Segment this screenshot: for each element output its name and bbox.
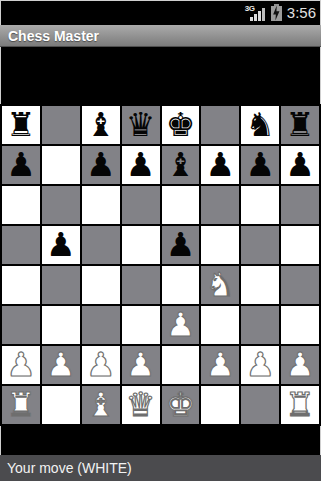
square-c1[interactable]: ♝ bbox=[82, 386, 120, 424]
piece-white-pawn: ♟ bbox=[166, 308, 196, 341]
square-d7[interactable]: ♟ bbox=[122, 146, 160, 184]
piece-white-pawn: ♟ bbox=[86, 348, 116, 381]
square-f8[interactable] bbox=[201, 106, 239, 144]
piece-white-queen: ♛ bbox=[126, 388, 156, 421]
square-d2[interactable]: ♟ bbox=[122, 346, 160, 384]
piece-white-rook: ♜ bbox=[6, 388, 36, 421]
square-e6[interactable] bbox=[162, 186, 200, 224]
piece-white-king: ♚ bbox=[166, 388, 196, 421]
piece-black-pawn: ♟ bbox=[46, 228, 76, 261]
piece-black-bishop: ♝ bbox=[166, 148, 196, 181]
square-b6[interactable] bbox=[42, 186, 80, 224]
square-c6[interactable] bbox=[82, 186, 120, 224]
square-e2[interactable] bbox=[162, 346, 200, 384]
signal-strength-icon: 3G bbox=[245, 4, 266, 22]
square-g2[interactable]: ♟ bbox=[241, 346, 279, 384]
clock: 3:56 bbox=[287, 4, 317, 21]
signal-bars-icon bbox=[250, 8, 265, 21]
square-h3[interactable] bbox=[281, 306, 319, 344]
square-a5[interactable] bbox=[2, 226, 40, 264]
square-h4[interactable] bbox=[281, 266, 319, 304]
square-f4[interactable]: ♞ bbox=[201, 266, 239, 304]
square-c5[interactable] bbox=[82, 226, 120, 264]
square-g4[interactable] bbox=[241, 266, 279, 304]
square-f3[interactable] bbox=[201, 306, 239, 344]
square-g1[interactable] bbox=[241, 386, 279, 424]
square-c8[interactable]: ♝ bbox=[82, 106, 120, 144]
square-g8[interactable]: ♞ bbox=[241, 106, 279, 144]
square-a6[interactable] bbox=[2, 186, 40, 224]
square-b8[interactable] bbox=[42, 106, 80, 144]
piece-black-king: ♚ bbox=[166, 108, 196, 141]
piece-white-rook: ♜ bbox=[285, 388, 315, 421]
square-d3[interactable] bbox=[122, 306, 160, 344]
square-a2[interactable]: ♟ bbox=[2, 346, 40, 384]
square-h6[interactable] bbox=[281, 186, 319, 224]
piece-white-pawn: ♟ bbox=[126, 348, 156, 381]
piece-black-pawn: ♟ bbox=[245, 148, 275, 181]
status-bar: 3G 3:56 bbox=[0, 0, 321, 25]
piece-black-pawn: ♟ bbox=[206, 148, 236, 181]
piece-black-pawn: ♟ bbox=[285, 148, 315, 181]
piece-black-queen: ♛ bbox=[126, 108, 156, 141]
square-h7[interactable]: ♟ bbox=[281, 146, 319, 184]
square-b2[interactable]: ♟ bbox=[42, 346, 80, 384]
app-title: Chess Master bbox=[8, 28, 99, 44]
piece-black-rook: ♜ bbox=[285, 108, 315, 141]
square-a1[interactable]: ♜ bbox=[2, 386, 40, 424]
square-h8[interactable]: ♜ bbox=[281, 106, 319, 144]
square-b1[interactable] bbox=[42, 386, 80, 424]
square-d5[interactable] bbox=[122, 226, 160, 264]
square-g6[interactable] bbox=[241, 186, 279, 224]
move-status-text: Your move (WHITE) bbox=[7, 460, 132, 476]
square-a4[interactable] bbox=[2, 266, 40, 304]
square-a8[interactable]: ♜ bbox=[2, 106, 40, 144]
square-e4[interactable] bbox=[162, 266, 200, 304]
square-a7[interactable]: ♟ bbox=[2, 146, 40, 184]
square-g5[interactable] bbox=[241, 226, 279, 264]
lightning-bolt-icon bbox=[272, 6, 281, 21]
screen: 3G 3:56 Chess Master ♜♝♛♚♞♜♟♟♟♝♟♟♟♟♟♞♟♟♟… bbox=[0, 0, 321, 481]
piece-black-pawn: ♟ bbox=[86, 148, 116, 181]
piece-black-pawn: ♟ bbox=[6, 148, 36, 181]
piece-white-pawn: ♟ bbox=[206, 348, 236, 381]
piece-black-pawn: ♟ bbox=[166, 228, 196, 261]
square-b3[interactable] bbox=[42, 306, 80, 344]
piece-black-knight: ♞ bbox=[245, 108, 275, 141]
piece-black-bishop: ♝ bbox=[86, 108, 116, 141]
square-h1[interactable]: ♜ bbox=[281, 386, 319, 424]
square-e8[interactable]: ♚ bbox=[162, 106, 200, 144]
message-bar: Your move (WHITE) bbox=[0, 455, 321, 481]
square-c4[interactable] bbox=[82, 266, 120, 304]
square-c2[interactable]: ♟ bbox=[82, 346, 120, 384]
piece-white-pawn: ♟ bbox=[245, 348, 275, 381]
square-f6[interactable] bbox=[201, 186, 239, 224]
square-b5[interactable]: ♟ bbox=[42, 226, 80, 264]
square-b4[interactable] bbox=[42, 266, 80, 304]
square-h2[interactable]: ♟ bbox=[281, 346, 319, 384]
battery-charging-icon bbox=[271, 4, 282, 22]
chess-board: ♜♝♛♚♞♜♟♟♟♝♟♟♟♟♟♞♟♟♟♟♟♟♟♟♜♝♛♚♜ bbox=[0, 104, 321, 426]
square-c3[interactable] bbox=[82, 306, 120, 344]
square-f2[interactable]: ♟ bbox=[201, 346, 239, 384]
square-e7[interactable]: ♝ bbox=[162, 146, 200, 184]
square-h5[interactable] bbox=[281, 226, 319, 264]
square-d6[interactable] bbox=[122, 186, 160, 224]
square-e5[interactable]: ♟ bbox=[162, 226, 200, 264]
square-f1[interactable] bbox=[201, 386, 239, 424]
square-g3[interactable] bbox=[241, 306, 279, 344]
square-a3[interactable] bbox=[2, 306, 40, 344]
square-e3[interactable]: ♟ bbox=[162, 306, 200, 344]
square-g7[interactable]: ♟ bbox=[241, 146, 279, 184]
piece-black-pawn: ♟ bbox=[126, 148, 156, 181]
square-d8[interactable]: ♛ bbox=[122, 106, 160, 144]
piece-black-rook: ♜ bbox=[6, 108, 36, 141]
piece-white-bishop: ♝ bbox=[86, 388, 116, 421]
square-d1[interactable]: ♛ bbox=[122, 386, 160, 424]
square-f7[interactable]: ♟ bbox=[201, 146, 239, 184]
square-e1[interactable]: ♚ bbox=[162, 386, 200, 424]
square-c7[interactable]: ♟ bbox=[82, 146, 120, 184]
piece-white-pawn: ♟ bbox=[6, 348, 36, 381]
piece-white-pawn: ♟ bbox=[285, 348, 315, 381]
square-f5[interactable] bbox=[201, 226, 239, 264]
piece-white-pawn: ♟ bbox=[46, 348, 76, 381]
title-bar: Chess Master bbox=[0, 25, 321, 47]
piece-white-knight: ♞ bbox=[206, 268, 236, 301]
square-d4[interactable] bbox=[122, 266, 160, 304]
square-b7[interactable] bbox=[42, 146, 80, 184]
